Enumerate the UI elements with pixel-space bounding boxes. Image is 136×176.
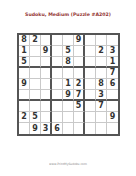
cell-r1c9[interactable] xyxy=(107,35,118,46)
cell-r5c1[interactable]: 9 xyxy=(19,79,30,90)
cell-r1c3[interactable] xyxy=(41,35,52,46)
cell-r4c9[interactable]: 7 xyxy=(107,68,118,79)
cell-r9c8[interactable] xyxy=(96,123,107,134)
cell-r8c6[interactable] xyxy=(74,112,85,123)
cell-r4c2[interactable] xyxy=(30,68,41,79)
cell-r5c7[interactable] xyxy=(85,79,96,90)
cell-r2c3[interactable]: 9 xyxy=(41,46,52,57)
cell-r9c5[interactable] xyxy=(63,123,74,134)
cell-r5c2[interactable] xyxy=(30,79,41,90)
cell-r6c7[interactable] xyxy=(85,90,96,101)
cell-r4c4[interactable] xyxy=(52,68,63,79)
cell-r6c9[interactable] xyxy=(107,90,118,101)
cell-r1c8[interactable] xyxy=(96,35,107,46)
cell-r6c8[interactable]: 3 xyxy=(96,90,107,101)
cell-r7c6[interactable]: 5 xyxy=(74,101,85,112)
cell-r7c7[interactable] xyxy=(85,101,96,112)
cell-r5c6[interactable]: 2 xyxy=(74,79,85,90)
cell-r8c8[interactable] xyxy=(96,112,107,123)
cell-r6c6[interactable]: 7 xyxy=(74,90,85,101)
cell-r2c1[interactable]: 1 xyxy=(19,46,30,57)
cell-r5c9[interactable]: 6 xyxy=(107,79,118,90)
cell-r4c8[interactable] xyxy=(96,68,107,79)
cell-r7c4[interactable] xyxy=(52,101,63,112)
cell-r2c9[interactable]: 3 xyxy=(107,46,118,57)
cell-r3c7[interactable] xyxy=(85,57,96,68)
cell-r7c9[interactable] xyxy=(107,101,118,112)
cell-r7c2[interactable] xyxy=(30,101,41,112)
cell-r3c8[interactable] xyxy=(96,57,107,68)
cell-r1c2[interactable]: 2 xyxy=(30,35,41,46)
cell-r4c7[interactable] xyxy=(85,68,96,79)
cell-r9c3[interactable]: 3 xyxy=(41,123,52,134)
cell-r1c7[interactable] xyxy=(85,35,96,46)
cell-r3c4[interactable] xyxy=(52,57,63,68)
cell-r2c8[interactable]: 2 xyxy=(96,46,107,57)
cell-r5c5[interactable]: 1 xyxy=(63,79,74,90)
cell-r4c6[interactable] xyxy=(74,68,85,79)
cell-r3c2[interactable] xyxy=(30,57,41,68)
cell-r9c7[interactable] xyxy=(85,123,96,134)
cell-r7c8[interactable]: 7 xyxy=(96,101,107,112)
cell-r6c4[interactable] xyxy=(52,90,63,101)
cell-r8c3[interactable] xyxy=(41,112,52,123)
cell-r8c2[interactable]: 5 xyxy=(30,112,41,123)
cell-r6c2[interactable] xyxy=(30,90,41,101)
footer-url: www.PrintMySudoku.com xyxy=(34,162,102,166)
cell-r7c1[interactable] xyxy=(19,101,30,112)
cell-r3c5[interactable]: 8 xyxy=(63,57,74,68)
cell-r1c1[interactable]: 8 xyxy=(19,35,30,46)
cell-r2c5[interactable]: 5 xyxy=(63,46,74,57)
cell-r2c2[interactable] xyxy=(30,46,41,57)
cell-r7c5[interactable] xyxy=(63,101,74,112)
cell-r6c5[interactable]: 9 xyxy=(63,90,74,101)
cell-r5c4[interactable] xyxy=(52,79,63,90)
cell-r8c4[interactable] xyxy=(52,112,63,123)
cell-r9c2[interactable]: 9 xyxy=(30,123,41,134)
cell-r1c6[interactable]: 9 xyxy=(74,35,85,46)
cell-r1c4[interactable] xyxy=(52,35,63,46)
cell-r3c6[interactable] xyxy=(74,57,85,68)
cell-r2c6[interactable] xyxy=(74,46,85,57)
cell-r4c5[interactable] xyxy=(63,68,74,79)
cell-r2c4[interactable] xyxy=(52,46,63,57)
cell-r8c9[interactable]: 9 xyxy=(107,112,118,123)
cell-r9c6[interactable] xyxy=(74,123,85,134)
page-title: Sudoku, Medium (Puzzle #A202) xyxy=(15,11,121,16)
cell-r7c3[interactable] xyxy=(41,101,52,112)
sudoku-grid: 8291952358179128697357259936 xyxy=(17,33,120,136)
cell-r2c7[interactable] xyxy=(85,46,96,57)
cell-r8c5[interactable] xyxy=(63,112,74,123)
cell-r8c1[interactable]: 2 xyxy=(19,112,30,123)
cell-r1c5[interactable] xyxy=(63,35,74,46)
cell-r4c1[interactable] xyxy=(19,68,30,79)
cell-r6c3[interactable] xyxy=(41,90,52,101)
cell-r5c8[interactable]: 8 xyxy=(96,79,107,90)
cell-r9c1[interactable] xyxy=(19,123,30,134)
cell-r3c9[interactable]: 1 xyxy=(107,57,118,68)
cell-r4c3[interactable] xyxy=(41,68,52,79)
cell-r5c3[interactable] xyxy=(41,79,52,90)
cell-r3c3[interactable] xyxy=(41,57,52,68)
cell-r9c9[interactable] xyxy=(107,123,118,134)
cell-r9c4[interactable]: 6 xyxy=(52,123,63,134)
cell-r8c7[interactable] xyxy=(85,112,96,123)
cell-r6c1[interactable] xyxy=(19,90,30,101)
cell-r3c1[interactable]: 5 xyxy=(19,57,30,68)
